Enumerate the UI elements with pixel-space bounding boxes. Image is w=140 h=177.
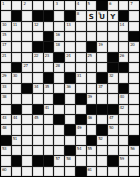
- clue-number: 18: [55, 42, 59, 47]
- cell-r4-c6[interactable]: [65, 42, 75, 51]
- cell-r14-c9[interactable]: [97, 146, 107, 155]
- cell-r12-c4[interactable]: [44, 125, 54, 134]
- cell-r6-c6[interactable]: [65, 63, 75, 72]
- cell-r12-c8[interactable]: [87, 125, 97, 134]
- cell-r11-c4[interactable]: [44, 115, 54, 124]
- clue-number: 33: [2, 84, 6, 89]
- cell-r10-c2[interactable]: [22, 105, 32, 114]
- cell-r11-c2[interactable]: [22, 115, 32, 124]
- clue-number: 49: [77, 125, 81, 130]
- cell-r16-c11[interactable]: [119, 167, 129, 176]
- cell-r13-c9[interactable]: 52: [97, 136, 107, 145]
- cell-r5-c0[interactable]: 21: [1, 53, 11, 62]
- cell-r15-c11[interactable]: 59: [119, 156, 129, 165]
- cell-r14-c7[interactable]: 54: [76, 146, 86, 155]
- clue-number: 48: [2, 125, 6, 130]
- cell-r5-c8[interactable]: 25: [87, 53, 97, 62]
- cell-r13-c10[interactable]: [108, 136, 118, 145]
- clue-number: 58: [66, 156, 70, 161]
- cell-r14-c2[interactable]: [22, 146, 32, 155]
- clue-number: 28: [55, 63, 59, 68]
- clue-number: 41: [45, 105, 49, 110]
- clue-number: 51: [13, 136, 17, 141]
- clue-number: 35: [45, 84, 49, 89]
- cell-r3-c8[interactable]: [87, 32, 97, 41]
- cell-r15-c7[interactable]: [76, 156, 86, 165]
- clue-number: 55: [88, 146, 92, 151]
- block-r11-c5: [54, 115, 64, 124]
- block-r10-c10: [108, 105, 118, 114]
- cell-r6-c9[interactable]: [97, 63, 107, 72]
- block-r5-c10: [108, 53, 118, 62]
- block-r8-c2: [22, 84, 32, 93]
- cell-r16-c9[interactable]: [97, 167, 107, 176]
- cell-r6-c12[interactable]: [129, 63, 139, 72]
- cell-r3-c11[interactable]: [119, 32, 129, 41]
- clue-number: 37: [98, 84, 102, 89]
- cell-r16-c3[interactable]: [33, 167, 43, 176]
- cell-r3-c7[interactable]: [76, 32, 86, 41]
- cell-r2-c2[interactable]: [22, 22, 32, 31]
- cell-r16-c5[interactable]: [54, 167, 64, 176]
- cell-r1-c9[interactable]: 9U: [97, 11, 107, 20]
- cell-r3-c6[interactable]: [65, 32, 75, 41]
- clue-number: 39: [88, 94, 92, 99]
- block-r12-c9: [97, 125, 107, 134]
- block-r15-c3: [33, 156, 43, 165]
- cell-r8-c1[interactable]: [12, 84, 22, 93]
- cell-r15-c2[interactable]: [22, 156, 32, 165]
- block-r13-c12: [129, 136, 139, 145]
- cell-r14-c12[interactable]: 56: [129, 146, 139, 155]
- cell-r11-c1[interactable]: 44: [12, 115, 22, 124]
- cell-r10-c5[interactable]: [54, 105, 64, 114]
- cell-r0-c1[interactable]: [12, 1, 22, 10]
- cell-r4-c9[interactable]: 19: [97, 42, 107, 51]
- cell-r7-c3[interactable]: [33, 73, 43, 82]
- clue-number: 54: [77, 146, 81, 151]
- cell-r13-c1[interactable]: 51: [12, 136, 22, 145]
- block-r7-c9: [97, 73, 107, 82]
- cell-r1-c10[interactable]: Y: [108, 11, 118, 20]
- clue-number: 36: [66, 84, 70, 89]
- cell-r9-c6[interactable]: [65, 94, 75, 103]
- cell-r5-c3[interactable]: 22: [33, 53, 43, 62]
- cell-r14-c8[interactable]: 55: [87, 146, 97, 155]
- cell-r6-c8[interactable]: [87, 63, 97, 72]
- cell-r1-c0[interactable]: [1, 11, 11, 20]
- clue-number: 13: [66, 22, 70, 27]
- clue-number: 46: [88, 115, 92, 120]
- clue-number: 19: [98, 42, 102, 47]
- cell-r10-c0[interactable]: [1, 105, 11, 114]
- cell-r15-c8[interactable]: [87, 156, 97, 165]
- cell-r7-c10[interactable]: 32: [108, 73, 118, 82]
- cell-r11-c10[interactable]: 47: [108, 115, 118, 124]
- clue-number: 4: [77, 1, 79, 6]
- cell-r3-c1[interactable]: [12, 32, 22, 41]
- cell-r7-c11[interactable]: [119, 73, 129, 82]
- cell-r7-c12[interactable]: [129, 73, 139, 82]
- clue-number: 27: [23, 63, 27, 68]
- clue-number: 60: [2, 167, 6, 172]
- cell-r1-c5[interactable]: [54, 11, 64, 20]
- cell-r13-c7[interactable]: [76, 136, 86, 145]
- cell-r3-c0[interactable]: 15: [1, 32, 11, 41]
- cell-r10-c6[interactable]: [65, 105, 75, 114]
- cell-r2-c6[interactable]: 13: [65, 22, 75, 31]
- cell-r12-c1[interactable]: [12, 125, 22, 134]
- cell-r4-c11[interactable]: [119, 42, 129, 51]
- cell-r10-c12[interactable]: [129, 105, 139, 114]
- cell-r2-c12[interactable]: [129, 22, 139, 31]
- block-r4-c4: [44, 42, 54, 51]
- clue-number: 22: [34, 53, 38, 58]
- cell-r2-c3[interactable]: 12: [33, 22, 43, 31]
- cell-r13-c3[interactable]: [33, 136, 43, 145]
- cell-r8-c9[interactable]: 37: [97, 84, 107, 93]
- cell-r3-c10[interactable]: [108, 32, 118, 41]
- cell-r14-c0[interactable]: 53: [1, 146, 11, 155]
- cell-r0-c6[interactable]: [65, 1, 75, 10]
- cell-r9-c8[interactable]: 39: [87, 94, 97, 103]
- cell-r3-c5[interactable]: 16: [54, 32, 64, 41]
- cell-r13-c5[interactable]: [54, 136, 64, 145]
- block-r5-c5: [54, 53, 64, 62]
- cell-r15-c6[interactable]: 58: [65, 156, 75, 165]
- cell-r9-c11[interactable]: 40: [119, 94, 129, 103]
- block-r10-c3: [33, 105, 43, 114]
- clue-number: 61: [88, 167, 92, 172]
- clue-number: 53: [2, 146, 6, 151]
- block-r6-c1: [12, 63, 22, 72]
- clue-number: 34: [34, 84, 38, 89]
- clue-number: 10: [2, 22, 6, 27]
- clue-number: 59: [120, 156, 124, 161]
- cell-r8-c6[interactable]: 36: [65, 84, 75, 93]
- block-r4-c8: [87, 42, 97, 51]
- block-r4-c3: [33, 42, 43, 51]
- cell-r7-c7[interactable]: 31: [76, 73, 86, 82]
- cell-r2-c8[interactable]: [87, 22, 97, 31]
- block-r14-c6: [65, 146, 75, 155]
- clue-number: 8: [77, 11, 79, 16]
- clue-number: 52: [98, 136, 102, 141]
- cell-r16-c2[interactable]: [22, 167, 32, 176]
- block-r3-c12: [129, 32, 139, 41]
- clue-number: 20: [130, 42, 134, 47]
- cell-r7-c2[interactable]: [22, 73, 32, 82]
- cell-r7-c5[interactable]: [54, 73, 64, 82]
- block-r15-c10: [108, 156, 118, 165]
- cell-r2-c1[interactable]: 11: [12, 22, 22, 31]
- cell-r14-c1[interactable]: [12, 146, 22, 155]
- cell-r8-c7[interactable]: [76, 84, 86, 93]
- block-r1-c6: [65, 11, 75, 20]
- cell-r8-c12[interactable]: [129, 84, 139, 93]
- cell-letter: S: [87, 11, 97, 20]
- cell-r6-c5[interactable]: 28: [54, 63, 64, 72]
- cell-r16-c0[interactable]: 60: [1, 167, 11, 176]
- cell-r12-c10[interactable]: 50: [108, 125, 118, 134]
- cell-r6-c0[interactable]: [1, 63, 11, 72]
- cell-r15-c9[interactable]: [97, 156, 107, 165]
- cell-r7-c8[interactable]: [87, 73, 97, 82]
- cell-r5-c11[interactable]: 26: [119, 53, 129, 62]
- cell-r12-c12[interactable]: [129, 125, 139, 134]
- cell-r1-c12[interactable]: [129, 11, 139, 20]
- cell-r16-c10[interactable]: [108, 167, 118, 176]
- cell-r12-c3[interactable]: [33, 125, 43, 134]
- crossword-grid: 12345678S9UY1011121314151617181920212223…: [0, 0, 140, 177]
- cell-r2-c0[interactable]: 10: [1, 22, 11, 31]
- cell-r4-c7[interactable]: [76, 42, 86, 51]
- block-r9-c7: [76, 94, 86, 103]
- cell-r5-c12[interactable]: [129, 53, 139, 62]
- cell-r11-c3[interactable]: 45: [33, 115, 43, 124]
- cell-r9-c0[interactable]: 38: [1, 94, 11, 103]
- cell-r2-c5[interactable]: [54, 22, 64, 31]
- cell-r1-c2[interactable]: [22, 11, 32, 20]
- cell-r8-c0[interactable]: 33: [1, 84, 11, 93]
- cell-r10-c7[interactable]: [76, 105, 86, 114]
- cell-r1-c8[interactable]: S: [87, 11, 97, 20]
- cell-r12-c5[interactable]: [54, 125, 64, 134]
- cell-r5-c2[interactable]: [22, 53, 32, 62]
- cell-r0-c5[interactable]: 3: [54, 1, 64, 10]
- block-r12-c6: [65, 125, 75, 134]
- cell-r11-c11[interactable]: [119, 115, 129, 124]
- clue-number: 29: [2, 73, 6, 78]
- block-r10-c8: [87, 105, 97, 114]
- cell-r6-c2[interactable]: 27: [22, 63, 32, 72]
- cell-r0-c12[interactable]: 7: [129, 1, 139, 10]
- cell-r3-c3[interactable]: [33, 32, 43, 41]
- cell-letter: U: [97, 11, 107, 20]
- clue-number: 12: [34, 22, 38, 27]
- cell-r9-c2[interactable]: [22, 94, 32, 103]
- cell-r4-c0[interactable]: 17: [1, 42, 11, 51]
- cell-r15-c0[interactable]: [1, 156, 11, 165]
- block-r1-c11: [119, 11, 129, 20]
- block-r16-c7: [76, 167, 86, 176]
- cell-r13-c4[interactable]: [44, 136, 54, 145]
- block-r13-c0: [1, 136, 11, 145]
- clue-number: 26: [120, 53, 124, 58]
- clue-number: 21: [2, 53, 6, 58]
- cell-r15-c5[interactable]: 57: [54, 156, 64, 165]
- block-r7-c4: [44, 73, 54, 82]
- cell-r16-c4[interactable]: [44, 167, 54, 176]
- cell-r15-c12[interactable]: [129, 156, 139, 165]
- cell-r12-c7[interactable]: 49: [76, 125, 86, 134]
- cell-r6-c3[interactable]: [33, 63, 43, 72]
- cell-r11-c6[interactable]: [65, 115, 75, 124]
- cell-r10-c11[interactable]: 42: [119, 105, 129, 114]
- cell-r3-c2[interactable]: [22, 32, 32, 41]
- cell-r11-c0[interactable]: 43: [1, 115, 11, 124]
- clue-number: 23: [45, 53, 49, 58]
- cell-r0-c10[interactable]: 6: [108, 1, 118, 10]
- cell-r13-c2[interactable]: [22, 136, 32, 145]
- clue-number: 14: [120, 22, 124, 27]
- clue-number: 16: [55, 32, 59, 37]
- cell-r0-c3[interactable]: [33, 1, 43, 10]
- cell-r3-c9[interactable]: [97, 32, 107, 41]
- clue-number: 17: [2, 42, 6, 47]
- cell-r4-c12[interactable]: 20: [129, 42, 139, 51]
- cell-r11-c9[interactable]: [97, 115, 107, 124]
- cell-r5-c4[interactable]: 23: [44, 53, 54, 62]
- cell-r0-c11[interactable]: [119, 1, 129, 10]
- block-r3-c4: [44, 32, 54, 41]
- cell-r14-c11[interactable]: [119, 146, 129, 155]
- clue-number: 6: [109, 1, 111, 6]
- cell-r4-c5[interactable]: 18: [54, 42, 64, 51]
- cell-r4-c2[interactable]: [22, 42, 32, 51]
- clue-number: 7: [130, 1, 132, 6]
- cell-r9-c1[interactable]: [12, 94, 22, 103]
- block-r7-c6: [65, 73, 75, 82]
- block-r6-c11: [119, 63, 129, 72]
- cell-r13-c6[interactable]: [65, 136, 75, 145]
- cell-r4-c1[interactable]: [12, 42, 22, 51]
- cell-r6-c7[interactable]: [76, 63, 86, 72]
- cell-r9-c4[interactable]: [44, 94, 54, 103]
- cell-r5-c1[interactable]: [12, 53, 22, 62]
- cell-r8-c10[interactable]: [108, 84, 118, 93]
- clue-number: 38: [2, 94, 6, 99]
- clue-number: 45: [34, 115, 38, 120]
- block-r9-c5: [54, 94, 64, 103]
- cell-r2-c9[interactable]: [97, 22, 107, 31]
- cell-r12-c2[interactable]: [22, 125, 32, 134]
- cell-r8-c4[interactable]: 35: [44, 84, 54, 93]
- cell-r0-c2[interactable]: 2: [22, 1, 32, 10]
- clue-number: 11: [13, 22, 17, 27]
- cell-r2-c7[interactable]: [76, 22, 86, 31]
- block-r1-c4: [44, 11, 54, 20]
- clue-number: 57: [55, 156, 59, 161]
- clue-number: 5: [88, 1, 90, 6]
- block-r11-c7: [76, 115, 86, 124]
- clue-number: 2: [23, 1, 25, 6]
- cell-r8-c3[interactable]: 34: [33, 84, 43, 93]
- cell-r10-c4[interactable]: 41: [44, 105, 54, 114]
- clue-number: 44: [13, 115, 17, 120]
- clue-number: 32: [109, 73, 113, 78]
- clue-number: 31: [77, 73, 81, 78]
- clue-number: 40: [120, 94, 124, 99]
- clue-number: 42: [120, 105, 124, 110]
- cell-r16-c12[interactable]: [129, 167, 139, 176]
- cell-r14-c4[interactable]: [44, 146, 54, 155]
- cell-r6-c4[interactable]: [44, 63, 54, 72]
- cell-r14-c3[interactable]: [33, 146, 43, 155]
- cell-r12-c11[interactable]: [119, 125, 129, 134]
- cell-r8-c5[interactable]: [54, 84, 64, 93]
- cell-r2-c4[interactable]: [44, 22, 54, 31]
- clue-number: 43: [2, 115, 6, 120]
- clue-number: 15: [2, 32, 6, 37]
- clue-number: 25: [88, 53, 92, 58]
- block-r15-c4: [44, 156, 54, 165]
- cell-r5-c6[interactable]: 24: [65, 53, 75, 62]
- block-r1-c1: [12, 11, 22, 20]
- cell-r2-c10[interactable]: [108, 22, 118, 31]
- cell-r0-c7[interactable]: 4: [76, 1, 86, 10]
- cell-r0-c8[interactable]: 5: [87, 1, 97, 10]
- clue-number: 1: [2, 1, 4, 6]
- block-r0-c9: [97, 1, 107, 10]
- cell-r9-c10[interactable]: [108, 94, 118, 103]
- block-r6-c10: [108, 63, 118, 72]
- clue-number: 3: [55, 1, 57, 6]
- cell-r4-c10[interactable]: [108, 42, 118, 51]
- cell-r7-c1[interactable]: 30: [12, 73, 22, 82]
- cell-r11-c12[interactable]: [129, 115, 139, 124]
- block-r15-c1: [12, 156, 22, 165]
- block-r8-c11: [119, 84, 129, 93]
- cell-r0-c4[interactable]: [44, 1, 54, 10]
- clue-number: 47: [109, 115, 113, 120]
- cell-r14-c10[interactable]: [108, 146, 118, 155]
- cell-r8-c8[interactable]: [87, 84, 97, 93]
- block-r10-c9: [97, 105, 107, 114]
- cell-r14-c5[interactable]: [54, 146, 64, 155]
- cell-letter: Y: [108, 11, 118, 20]
- cell-r11-c8[interactable]: 46: [87, 115, 97, 124]
- cell-r9-c9[interactable]: [97, 94, 107, 103]
- clue-number: 56: [130, 146, 134, 151]
- cell-r9-c3[interactable]: [33, 94, 43, 103]
- block-r10-c1: [12, 105, 22, 114]
- cell-r1-c7[interactable]: 8: [76, 11, 86, 20]
- cell-r0-c0[interactable]: 1: [1, 1, 11, 10]
- clue-number: 50: [109, 125, 113, 130]
- cell-r12-c0[interactable]: 48: [1, 125, 11, 134]
- cell-r16-c1[interactable]: [12, 167, 22, 176]
- cell-r5-c9[interactable]: [97, 53, 107, 62]
- block-r1-c3: [33, 11, 43, 20]
- clue-number: 24: [66, 53, 70, 58]
- clue-number: 30: [13, 73, 17, 78]
- block-r13-c8: [87, 136, 97, 145]
- cell-r13-c11[interactable]: [119, 136, 129, 145]
- cell-r5-c7[interactable]: [76, 53, 86, 62]
- cell-r7-c0[interactable]: 29: [1, 73, 11, 82]
- cell-r16-c6[interactable]: [65, 167, 75, 176]
- cell-r9-c12[interactable]: [129, 94, 139, 103]
- cell-r16-c8[interactable]: 61: [87, 167, 97, 176]
- cell-r2-c11[interactable]: 14: [119, 22, 129, 31]
